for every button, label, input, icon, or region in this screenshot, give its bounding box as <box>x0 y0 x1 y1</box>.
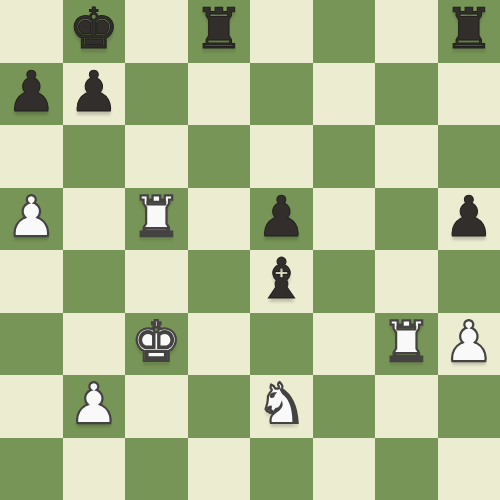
square-g7[interactable] <box>375 63 438 126</box>
square-e4[interactable]: ♝ <box>250 250 313 313</box>
square-g6[interactable] <box>375 125 438 188</box>
square-f6[interactable] <box>313 125 376 188</box>
square-d4[interactable] <box>188 250 251 313</box>
square-e3[interactable] <box>250 313 313 376</box>
white-pawn[interactable]: ♟ <box>6 189 56 245</box>
square-f5[interactable] <box>313 188 376 251</box>
chess-board: ♚♜♜♟♟♟♜♟♟♝♚♜♟♟♞ <box>0 0 500 500</box>
black-pawn[interactable]: ♟ <box>444 189 494 245</box>
square-c6[interactable] <box>125 125 188 188</box>
square-h4[interactable] <box>438 250 500 313</box>
square-d3[interactable] <box>188 313 251 376</box>
square-c1[interactable] <box>125 438 188 500</box>
square-a1[interactable] <box>0 438 63 500</box>
square-c3[interactable]: ♚ <box>125 313 188 376</box>
square-h2[interactable] <box>438 375 500 438</box>
square-h1[interactable] <box>438 438 500 500</box>
square-c2[interactable] <box>125 375 188 438</box>
square-h3[interactable]: ♟ <box>438 313 500 376</box>
square-e8[interactable] <box>250 0 313 63</box>
white-pawn[interactable]: ♟ <box>444 314 494 370</box>
square-g8[interactable] <box>375 0 438 63</box>
square-f7[interactable] <box>313 63 376 126</box>
black-bishop[interactable]: ♝ <box>256 251 306 307</box>
black-rook[interactable]: ♜ <box>444 1 494 57</box>
square-e1[interactable] <box>250 438 313 500</box>
black-king[interactable]: ♚ <box>69 1 119 57</box>
square-f8[interactable] <box>313 0 376 63</box>
black-pawn[interactable]: ♟ <box>69 64 119 120</box>
square-a4[interactable] <box>0 250 63 313</box>
black-pawn[interactable]: ♟ <box>6 64 56 120</box>
square-h7[interactable] <box>438 63 500 126</box>
square-d6[interactable] <box>188 125 251 188</box>
square-b2[interactable]: ♟ <box>63 375 126 438</box>
square-b6[interactable] <box>63 125 126 188</box>
square-d1[interactable] <box>188 438 251 500</box>
black-pawn[interactable]: ♟ <box>256 189 306 245</box>
square-f3[interactable] <box>313 313 376 376</box>
square-a2[interactable] <box>0 375 63 438</box>
white-rook[interactable]: ♜ <box>381 314 431 370</box>
square-h6[interactable] <box>438 125 500 188</box>
square-g2[interactable] <box>375 375 438 438</box>
square-e5[interactable]: ♟ <box>250 188 313 251</box>
square-f2[interactable] <box>313 375 376 438</box>
square-e7[interactable] <box>250 63 313 126</box>
square-c8[interactable] <box>125 0 188 63</box>
square-g1[interactable] <box>375 438 438 500</box>
black-rook[interactable]: ♜ <box>194 1 244 57</box>
white-king[interactable]: ♚ <box>131 314 181 370</box>
square-b5[interactable] <box>63 188 126 251</box>
square-b7[interactable]: ♟ <box>63 63 126 126</box>
square-a3[interactable] <box>0 313 63 376</box>
square-a7[interactable]: ♟ <box>0 63 63 126</box>
square-e6[interactable] <box>250 125 313 188</box>
square-c7[interactable] <box>125 63 188 126</box>
square-b1[interactable] <box>63 438 126 500</box>
square-g5[interactable] <box>375 188 438 251</box>
square-a5[interactable]: ♟ <box>0 188 63 251</box>
square-d2[interactable] <box>188 375 251 438</box>
square-d8[interactable]: ♜ <box>188 0 251 63</box>
square-b4[interactable] <box>63 250 126 313</box>
square-b3[interactable] <box>63 313 126 376</box>
white-rook[interactable]: ♜ <box>131 189 181 245</box>
square-c5[interactable]: ♜ <box>125 188 188 251</box>
square-b8[interactable]: ♚ <box>63 0 126 63</box>
square-f4[interactable] <box>313 250 376 313</box>
square-a8[interactable] <box>0 0 63 63</box>
square-d7[interactable] <box>188 63 251 126</box>
square-h8[interactable]: ♜ <box>438 0 500 63</box>
square-e2[interactable]: ♞ <box>250 375 313 438</box>
square-g3[interactable]: ♜ <box>375 313 438 376</box>
square-c4[interactable] <box>125 250 188 313</box>
square-g4[interactable] <box>375 250 438 313</box>
square-f1[interactable] <box>313 438 376 500</box>
square-a6[interactable] <box>0 125 63 188</box>
square-h5[interactable]: ♟ <box>438 188 500 251</box>
square-d5[interactable] <box>188 188 251 251</box>
white-pawn[interactable]: ♟ <box>69 376 119 432</box>
white-knight[interactable]: ♞ <box>256 376 306 432</box>
